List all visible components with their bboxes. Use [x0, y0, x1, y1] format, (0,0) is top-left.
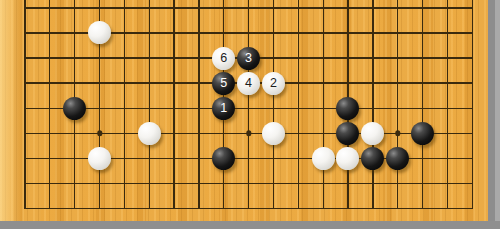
stone-layer: 635421 [13, 0, 485, 221]
go-diagram: 635421 [0, 0, 500, 235]
stone-number-label: 5 [220, 77, 227, 90]
go-stone-black [336, 122, 359, 145]
go-stone-white [138, 122, 161, 145]
go-stone-black [63, 97, 86, 120]
stone-number-label: 4 [245, 77, 252, 90]
stone-number-label: 2 [270, 77, 277, 90]
go-stone-black [361, 147, 384, 170]
stone-number-label: 6 [220, 52, 227, 65]
go-stone-black [336, 97, 359, 120]
go-stone-black [212, 147, 235, 170]
go-stone-black [386, 147, 409, 170]
go-board[interactable]: 635421 [0, 0, 488, 221]
go-stone-white [336, 147, 359, 170]
go-stone-black [411, 122, 434, 145]
go-stone-white-move-2: 2 [262, 72, 285, 95]
go-stone-black-move-5: 5 [212, 72, 235, 95]
go-stone-white-move-4: 4 [237, 72, 260, 95]
go-stone-white [88, 147, 111, 170]
go-stone-black-move-1: 1 [212, 97, 235, 120]
board-bottom-edge [0, 221, 500, 229]
go-stone-white [361, 122, 384, 145]
stone-number-label: 1 [220, 102, 227, 115]
go-stone-white [312, 147, 335, 170]
go-stone-white [262, 122, 285, 145]
go-stone-white-move-6: 6 [212, 47, 235, 70]
stone-number-label: 3 [245, 52, 252, 65]
go-stone-black-move-3: 3 [237, 47, 260, 70]
board-right-edge [488, 0, 500, 229]
background-area [0, 229, 500, 235]
go-stone-white [88, 21, 111, 44]
